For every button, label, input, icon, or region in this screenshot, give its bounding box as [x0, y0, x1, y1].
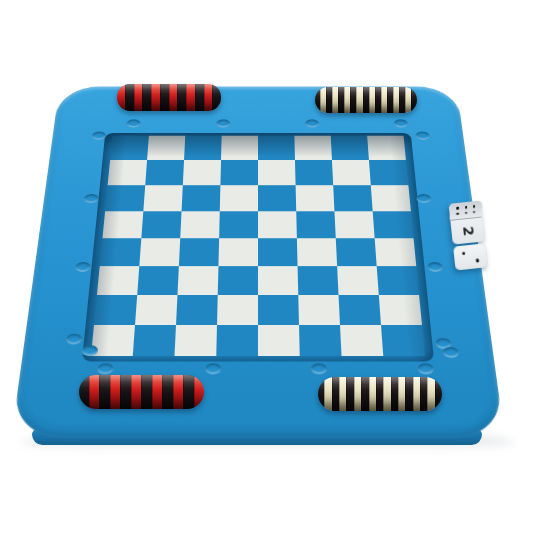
square-d5	[219, 211, 258, 238]
square-c5	[180, 211, 220, 238]
square-g4	[336, 238, 377, 266]
square-g6	[333, 185, 372, 211]
checker-disc-cream	[369, 377, 376, 411]
square-d8	[221, 136, 258, 160]
square-f8	[294, 136, 332, 160]
checker-disc-red	[151, 84, 160, 111]
square-d2	[217, 295, 258, 325]
square-a1	[91, 325, 135, 356]
square-f3	[298, 266, 339, 295]
frame-divot	[83, 194, 99, 203]
square-e1	[258, 325, 300, 356]
square-e7	[258, 160, 296, 185]
square-a3	[97, 266, 139, 295]
square-a8	[110, 136, 149, 160]
frame-divot	[310, 363, 327, 374]
square-h5	[373, 211, 414, 238]
square-b5	[141, 211, 181, 238]
checker-disc-red	[134, 84, 143, 111]
checker-disc-cream	[354, 377, 361, 411]
board-recess	[82, 133, 434, 362]
checker-disc-black	[405, 377, 412, 411]
square-g1	[340, 325, 383, 356]
square-a4	[100, 238, 142, 266]
checker-disc-black	[125, 84, 134, 111]
die-pip	[465, 206, 468, 209]
checker-disc-red	[173, 375, 184, 409]
scene	[0, 0, 533, 533]
frame-divot	[216, 119, 230, 127]
checker-disc-cream	[413, 377, 420, 411]
checkerboard	[91, 136, 425, 356]
square-e8	[258, 136, 295, 160]
square-h7	[369, 160, 408, 185]
square-a5	[102, 211, 143, 238]
die-number: 2	[460, 225, 477, 236]
die-pip	[476, 259, 480, 263]
square-h1	[381, 325, 425, 356]
die-pip	[456, 212, 459, 215]
checker-disc-black	[99, 375, 110, 409]
frame-divot	[442, 347, 459, 358]
checker-disc-red	[204, 84, 213, 111]
square-g8	[331, 136, 369, 160]
square-a2	[94, 295, 137, 325]
die-pip	[473, 205, 476, 208]
checker-tray-top-right	[315, 87, 417, 113]
checker-disc-red	[110, 375, 121, 409]
square-g3	[337, 266, 379, 295]
top-die: 2	[449, 200, 486, 244]
checker-disc-black	[376, 377, 383, 411]
square-f5	[296, 211, 336, 238]
frame-divot	[393, 119, 408, 127]
square-g7	[332, 160, 371, 185]
square-f2	[298, 295, 340, 325]
square-h8	[367, 136, 406, 160]
square-d3	[218, 266, 258, 295]
checker-disc-black	[420, 377, 427, 411]
square-b2	[135, 295, 177, 325]
frame-divot	[65, 334, 82, 345]
frame-divot	[74, 262, 90, 272]
square-e2	[258, 295, 299, 325]
frame-divot	[417, 363, 434, 374]
square-b3	[137, 266, 179, 295]
square-g2	[339, 295, 381, 325]
checker-disc-red	[152, 375, 163, 409]
square-h2	[379, 295, 422, 325]
bottom-die	[453, 243, 488, 270]
board-photo: 2	[0, 0, 533, 533]
square-c1	[174, 325, 217, 356]
checker-disc-black	[195, 84, 204, 111]
square-d6	[220, 185, 258, 211]
square-h4	[375, 238, 417, 266]
square-b7	[145, 160, 184, 185]
checker-tray-top-left	[117, 84, 221, 111]
checker-disc-black	[120, 375, 131, 409]
checker-disc-cream	[324, 377, 331, 411]
square-c7	[183, 160, 221, 185]
square-c2	[176, 295, 218, 325]
square-b6	[143, 185, 182, 211]
square-d7	[220, 160, 258, 185]
square-b8	[147, 136, 185, 160]
frame-divot	[426, 262, 442, 272]
square-h3	[377, 266, 419, 295]
square-d1	[216, 325, 258, 356]
checker-disc-black	[332, 377, 339, 411]
square-a6	[105, 185, 145, 211]
checker-disc-red	[186, 84, 195, 111]
checker-disc-black	[361, 377, 368, 411]
square-e5	[258, 211, 297, 238]
frame-divot	[96, 363, 113, 374]
square-g5	[334, 211, 374, 238]
square-e3	[258, 266, 298, 295]
square-e6	[258, 185, 296, 211]
square-c4	[179, 238, 219, 266]
square-c3	[177, 266, 218, 295]
checker-disc-black	[142, 84, 151, 111]
frame-divot	[415, 132, 430, 140]
checker-disc-black	[141, 375, 152, 409]
checker-disc-cream	[339, 377, 346, 411]
die-pip	[456, 207, 459, 210]
die-pip	[473, 211, 476, 214]
square-f6	[296, 185, 335, 211]
checker-disc-black	[183, 375, 194, 409]
checker-disc-cream	[398, 377, 405, 411]
square-f7	[295, 160, 333, 185]
square-e4	[258, 238, 298, 266]
top-die-number-face: 2	[450, 217, 485, 244]
checker-disc-red	[169, 84, 178, 111]
square-f4	[297, 238, 337, 266]
checker-disc-black	[162, 375, 173, 409]
checker-tray-bottom-right	[318, 377, 442, 411]
frame-divot	[204, 363, 220, 374]
checker-disc-black	[391, 377, 398, 411]
frame-divot	[305, 119, 319, 127]
square-f1	[299, 325, 342, 356]
square-h6	[371, 185, 411, 211]
checker-disc-cream	[383, 377, 390, 411]
square-b4	[139, 238, 180, 266]
square-c8	[184, 136, 222, 160]
checker-disc-red	[89, 375, 100, 409]
dice-stack: 2	[449, 200, 489, 270]
square-a7	[108, 160, 147, 185]
checker-disc-red	[131, 375, 142, 409]
die-pip	[465, 212, 468, 215]
frame-divot	[126, 119, 141, 127]
square-b1	[133, 325, 176, 356]
checker-disc-cream	[427, 377, 434, 411]
checker-disc-black	[160, 84, 169, 111]
die-pip	[462, 251, 466, 255]
checker-tray-bottom-left	[79, 375, 204, 409]
checker-disc-black	[177, 84, 186, 111]
square-c6	[182, 185, 221, 211]
square-d4	[218, 238, 258, 266]
checker-disc-black	[346, 377, 353, 411]
